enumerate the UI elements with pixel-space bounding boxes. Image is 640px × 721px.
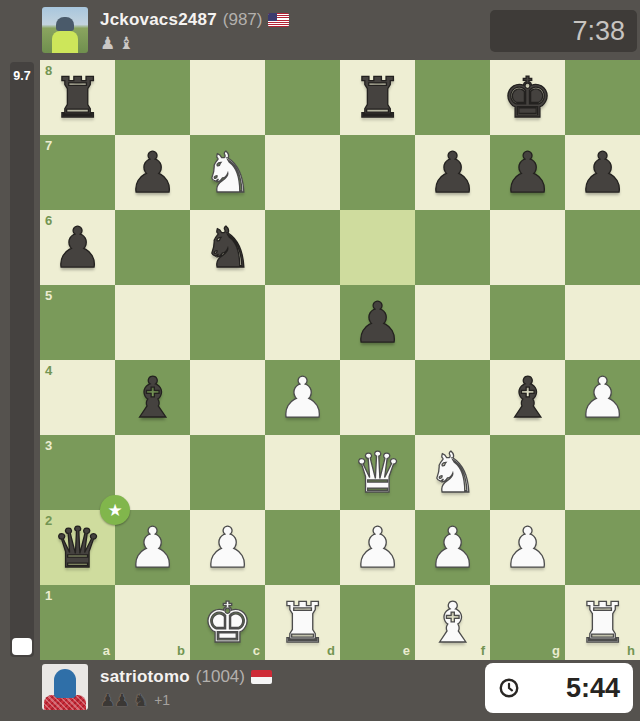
square-g5[interactable] xyxy=(490,285,565,360)
avatar-photo-person xyxy=(56,17,74,31)
square-d3[interactable] xyxy=(265,435,340,510)
top-player-info: Jckovacs2487 (987) ♟ ♝ xyxy=(100,9,289,54)
us-flag-icon xyxy=(268,13,289,27)
material-advantage: +1 xyxy=(152,692,170,708)
piece-white-rook[interactable]: ♜ xyxy=(565,585,640,660)
piece-white-pawn[interactable]: ♟ xyxy=(265,360,340,435)
square-g7[interactable]: ♟ xyxy=(490,135,565,210)
evaluation-bar: 9.7 xyxy=(10,62,34,657)
square-h6[interactable] xyxy=(565,210,640,285)
square-b1[interactable]: b xyxy=(115,585,190,660)
file-label-g: g xyxy=(552,644,560,657)
piece-black-pawn[interactable]: ♟ xyxy=(40,210,115,285)
bottom-player-info: satriotomo (1004) ♟♟ ♞ +1 xyxy=(100,666,272,711)
square-b8[interactable] xyxy=(115,60,190,135)
square-g2[interactable]: ♟ xyxy=(490,510,565,585)
square-f2[interactable]: ♟ xyxy=(415,510,490,585)
best-move-badge: ★ xyxy=(100,495,130,525)
rank-label-5: 5 xyxy=(45,289,52,302)
bottom-player-bar: satriotomo (1004) ♟♟ ♞ +1 5:44 xyxy=(0,660,640,721)
piece-white-king[interactable]: ♚ xyxy=(190,585,265,660)
star-icon: ★ xyxy=(107,502,122,519)
square-b4[interactable]: ♝ xyxy=(115,360,190,435)
square-d7[interactable] xyxy=(265,135,340,210)
piece-black-knight[interactable]: ♞ xyxy=(190,210,265,285)
square-d1[interactable]: d♜ xyxy=(265,585,340,660)
square-a6[interactable]: 6♟ xyxy=(40,210,115,285)
square-f1[interactable]: f♝ xyxy=(415,585,490,660)
piece-black-pawn[interactable]: ♟ xyxy=(565,135,640,210)
avatar-head xyxy=(54,669,76,698)
square-c1[interactable]: c♚ xyxy=(190,585,265,660)
rank-label-4: 4 xyxy=(45,364,52,377)
square-c5[interactable] xyxy=(190,285,265,360)
top-player-clock: 7:38 xyxy=(490,10,637,52)
square-c2[interactable]: ♟ xyxy=(190,510,265,585)
square-f3[interactable]: ♞ xyxy=(415,435,490,510)
piece-black-rook[interactable]: ♜ xyxy=(340,60,415,135)
piece-black-bishop[interactable]: ♝ xyxy=(115,360,190,435)
indonesia-flag-icon xyxy=(251,670,272,684)
square-b7[interactable]: ♟ xyxy=(115,135,190,210)
square-b6[interactable] xyxy=(115,210,190,285)
square-e2[interactable]: ♟ xyxy=(340,510,415,585)
square-f8[interactable] xyxy=(415,60,490,135)
piece-white-rook[interactable]: ♜ xyxy=(265,585,340,660)
square-a1[interactable]: 1a xyxy=(40,585,115,660)
square-a8[interactable]: 8♜ xyxy=(40,60,115,135)
piece-white-bishop[interactable]: ♝ xyxy=(415,585,490,660)
square-g3[interactable] xyxy=(490,435,565,510)
square-c3[interactable] xyxy=(190,435,265,510)
square-c8[interactable] xyxy=(190,60,265,135)
square-h1[interactable]: h♜ xyxy=(565,585,640,660)
square-e5[interactable]: ♟ xyxy=(340,285,415,360)
rank-label-3: 3 xyxy=(45,439,52,452)
bottom-player-rating: (1004) xyxy=(196,667,245,687)
clock-icon xyxy=(498,677,520,699)
piece-white-pawn[interactable]: ♟ xyxy=(340,510,415,585)
square-a2[interactable]: 2♛★ xyxy=(40,510,115,585)
chess-app: Jckovacs2487 (987) ♟ ♝ 7:38 9.7 8♜♜♚7♟♞♟… xyxy=(0,0,640,721)
square-d4[interactable]: ♟ xyxy=(265,360,340,435)
square-c7[interactable]: ♞ xyxy=(190,135,265,210)
file-label-a: a xyxy=(103,644,110,657)
rank-label-1: 1 xyxy=(45,589,52,602)
top-player-name[interactable]: Jckovacs2487 xyxy=(100,10,217,30)
top-player-avatar[interactable] xyxy=(42,7,88,53)
square-h3[interactable] xyxy=(565,435,640,510)
bottom-player-avatar[interactable] xyxy=(42,664,88,710)
square-a4[interactable]: 4 xyxy=(40,360,115,435)
piece-white-pawn[interactable]: ♟ xyxy=(190,510,265,585)
piece-black-pawn[interactable]: ♟ xyxy=(115,135,190,210)
piece-black-bishop[interactable]: ♝ xyxy=(490,360,565,435)
square-e4[interactable] xyxy=(340,360,415,435)
chess-board: 8♜♜♚7♟♞♟♟♟6♟♞5♟4♝♟♝♟3♛♞2♛★♟♟♟♟♟1abc♚d♜ef… xyxy=(40,60,640,660)
square-c4[interactable] xyxy=(190,360,265,435)
square-a5[interactable]: 5 xyxy=(40,285,115,360)
piece-black-pawn[interactable]: ♟ xyxy=(415,135,490,210)
square-b2[interactable]: ♟ xyxy=(115,510,190,585)
piece-white-queen[interactable]: ♛ xyxy=(340,435,415,510)
evaluation-score: 9.7 xyxy=(10,69,34,83)
piece-white-pawn[interactable]: ♟ xyxy=(415,510,490,585)
top-player-bar: Jckovacs2487 (987) ♟ ♝ 7:38 xyxy=(0,0,640,60)
bottom-player-clock: 5:44 xyxy=(485,663,633,713)
bottom-captured-pieces: ♟♟ ♞ xyxy=(100,690,147,710)
square-b5[interactable] xyxy=(115,285,190,360)
square-g8[interactable]: ♚ xyxy=(490,60,565,135)
square-b3[interactable] xyxy=(115,435,190,510)
file-label-e: e xyxy=(403,644,410,657)
square-f7[interactable]: ♟ xyxy=(415,135,490,210)
top-captured-pieces: ♟ ♝ xyxy=(100,33,133,53)
square-g6[interactable] xyxy=(490,210,565,285)
piece-black-queen[interactable]: ♛ xyxy=(40,510,115,585)
square-a7[interactable]: 7 xyxy=(40,135,115,210)
square-d5[interactable] xyxy=(265,285,340,360)
piece-white-pawn[interactable]: ♟ xyxy=(565,360,640,435)
square-g1[interactable]: g xyxy=(490,585,565,660)
piece-white-pawn[interactable]: ♟ xyxy=(115,510,190,585)
evaluation-bar-white-section xyxy=(12,638,32,655)
rank-label-7: 7 xyxy=(45,139,52,152)
piece-black-pawn[interactable]: ♟ xyxy=(340,285,415,360)
top-player-rating: (987) xyxy=(223,10,263,30)
square-e7[interactable] xyxy=(340,135,415,210)
avatar-photo-shirt xyxy=(52,31,78,53)
square-f6[interactable] xyxy=(415,210,490,285)
square-h7[interactable]: ♟ xyxy=(565,135,640,210)
file-label-b: b xyxy=(177,644,185,657)
square-h2[interactable] xyxy=(565,510,640,585)
square-c6[interactable]: ♞ xyxy=(190,210,265,285)
square-f5[interactable] xyxy=(415,285,490,360)
square-f4[interactable] xyxy=(415,360,490,435)
square-h8[interactable] xyxy=(565,60,640,135)
square-g4[interactable]: ♝ xyxy=(490,360,565,435)
square-d8[interactable] xyxy=(265,60,340,135)
piece-black-king[interactable]: ♚ xyxy=(490,60,565,135)
piece-black-rook[interactable]: ♜ xyxy=(40,60,115,135)
square-e8[interactable]: ♜ xyxy=(340,60,415,135)
square-e3[interactable]: ♛ xyxy=(340,435,415,510)
square-d6[interactable] xyxy=(265,210,340,285)
square-e6[interactable] xyxy=(340,210,415,285)
piece-white-pawn[interactable]: ♟ xyxy=(490,510,565,585)
square-h5[interactable] xyxy=(565,285,640,360)
top-clock-time: 7:38 xyxy=(572,16,637,47)
square-d2[interactable] xyxy=(265,510,340,585)
square-h4[interactable]: ♟ xyxy=(565,360,640,435)
square-e1[interactable]: e xyxy=(340,585,415,660)
bottom-clock-time: 5:44 xyxy=(566,673,620,704)
evaluation-gutter: 9.7 xyxy=(0,60,40,660)
piece-black-pawn[interactable]: ♟ xyxy=(490,135,565,210)
bottom-player-name[interactable]: satriotomo xyxy=(100,667,190,687)
piece-white-knight[interactable]: ♞ xyxy=(415,435,490,510)
piece-white-knight[interactable]: ♞ xyxy=(190,135,265,210)
